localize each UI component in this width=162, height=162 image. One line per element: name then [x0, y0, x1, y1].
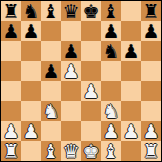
- piece-white-pawn: ♟: [82, 81, 99, 101]
- piece-black-pawn: ♟: [42, 61, 59, 81]
- piece-white-king: ♚: [82, 141, 99, 161]
- square-d5[interactable]: ♟: [61, 61, 81, 81]
- piece-white-pawn: ♟: [122, 121, 139, 141]
- square-d2[interactable]: [61, 121, 81, 141]
- square-c1[interactable]: ♝: [41, 141, 61, 161]
- square-b2[interactable]: ♟: [21, 121, 41, 141]
- piece-black-rook: ♜: [142, 1, 159, 21]
- piece-black-pawn: ♟: [122, 41, 139, 61]
- square-d6[interactable]: ♟: [61, 41, 81, 61]
- square-g8[interactable]: [121, 1, 141, 21]
- piece-white-knight: ♞: [42, 101, 59, 121]
- square-g2[interactable]: ♟: [121, 121, 141, 141]
- square-d4[interactable]: [61, 81, 81, 101]
- square-e5[interactable]: [81, 61, 101, 81]
- piece-white-bishop: ♝: [102, 141, 119, 161]
- square-a3[interactable]: [1, 101, 21, 121]
- square-f5[interactable]: [101, 61, 121, 81]
- square-d8[interactable]: ♛: [61, 1, 81, 21]
- piece-white-pawn: ♟: [62, 61, 79, 81]
- piece-white-bishop: ♝: [42, 141, 59, 161]
- square-e1[interactable]: ♚: [81, 141, 101, 161]
- piece-white-pawn: ♟: [2, 121, 19, 141]
- square-f4[interactable]: [101, 81, 121, 101]
- square-c3[interactable]: ♞: [41, 101, 61, 121]
- square-b3[interactable]: [21, 101, 41, 121]
- piece-white-knight: ♞: [102, 101, 119, 121]
- piece-black-pawn: ♟: [62, 41, 79, 61]
- square-e7[interactable]: [81, 21, 101, 41]
- square-g4[interactable]: [121, 81, 141, 101]
- piece-white-pawn: ♟: [142, 121, 159, 141]
- square-f3[interactable]: ♞: [101, 101, 121, 121]
- square-c7[interactable]: [41, 21, 61, 41]
- square-b4[interactable]: [21, 81, 41, 101]
- square-a1[interactable]: ♜: [1, 141, 21, 161]
- piece-black-pawn: ♟: [142, 21, 159, 41]
- square-b7[interactable]: ♟: [21, 21, 41, 41]
- square-e8[interactable]: ♚: [81, 1, 101, 21]
- square-e2[interactable]: [81, 121, 101, 141]
- square-g5[interactable]: [121, 61, 141, 81]
- square-f1[interactable]: ♝: [101, 141, 121, 161]
- square-a7[interactable]: ♟: [1, 21, 21, 41]
- square-h8[interactable]: ♜: [141, 1, 161, 21]
- square-b5[interactable]: [21, 61, 41, 81]
- square-b1[interactable]: [21, 141, 41, 161]
- piece-black-king: ♚: [82, 1, 99, 21]
- square-c5[interactable]: ♟: [41, 61, 61, 81]
- square-g7[interactable]: [121, 21, 141, 41]
- piece-white-queen: ♛: [62, 141, 79, 161]
- square-h7[interactable]: ♟: [141, 21, 161, 41]
- square-c2[interactable]: [41, 121, 61, 141]
- square-d1[interactable]: ♛: [61, 141, 81, 161]
- piece-black-bishop: ♝: [102, 1, 119, 21]
- piece-black-bishop: ♝: [42, 1, 59, 21]
- square-e6[interactable]: [81, 41, 101, 61]
- square-g1[interactable]: [121, 141, 141, 161]
- square-c8[interactable]: ♝: [41, 1, 61, 21]
- square-h4[interactable]: [141, 81, 161, 101]
- square-a8[interactable]: ♜: [1, 1, 21, 21]
- square-c6[interactable]: [41, 41, 61, 61]
- square-a5[interactable]: [1, 61, 21, 81]
- square-g3[interactable]: [121, 101, 141, 121]
- piece-black-pawn: ♟: [102, 21, 119, 41]
- square-h2[interactable]: ♟: [141, 121, 161, 141]
- square-b6[interactable]: [21, 41, 41, 61]
- piece-black-knight: ♞: [102, 41, 119, 61]
- square-e4[interactable]: ♟: [81, 81, 101, 101]
- square-d3[interactable]: [61, 101, 81, 121]
- chess-board: ♜♞♝♛♚♝♜♟♟♟♟♟♞♟♟♟♟♞♞♟♟♟♟♟♜♝♛♚♝♜: [0, 0, 162, 162]
- square-d7[interactable]: [61, 21, 81, 41]
- piece-black-knight: ♞: [22, 1, 39, 21]
- square-h6[interactable]: [141, 41, 161, 61]
- square-c4[interactable]: [41, 81, 61, 101]
- square-b8[interactable]: ♞: [21, 1, 41, 21]
- square-e3[interactable]: [81, 101, 101, 121]
- square-f2[interactable]: ♟: [101, 121, 121, 141]
- piece-black-pawn: ♟: [22, 21, 39, 41]
- piece-white-rook: ♜: [142, 141, 159, 161]
- square-h5[interactable]: [141, 61, 161, 81]
- square-a6[interactable]: [1, 41, 21, 61]
- square-h1[interactable]: ♜: [141, 141, 161, 161]
- square-a4[interactable]: [1, 81, 21, 101]
- piece-white-pawn: ♟: [102, 121, 119, 141]
- square-f7[interactable]: ♟: [101, 21, 121, 41]
- piece-white-rook: ♜: [2, 141, 19, 161]
- piece-white-pawn: ♟: [22, 121, 39, 141]
- square-f8[interactable]: ♝: [101, 1, 121, 21]
- square-g6[interactable]: ♟: [121, 41, 141, 61]
- square-f6[interactable]: ♞: [101, 41, 121, 61]
- piece-black-rook: ♜: [2, 1, 19, 21]
- square-a2[interactable]: ♟: [1, 121, 21, 141]
- piece-black-queen: ♛: [62, 1, 79, 21]
- square-h3[interactable]: [141, 101, 161, 121]
- piece-black-pawn: ♟: [2, 21, 19, 41]
